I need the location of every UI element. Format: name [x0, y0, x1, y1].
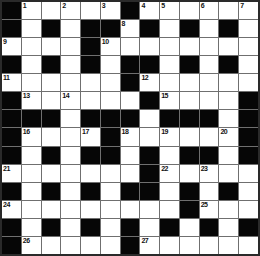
black-cell-r7c11	[200, 110, 219, 127]
black-cell-r9c5	[81, 147, 100, 164]
white-cell-r8c12[interactable]: 20	[219, 128, 238, 145]
white-cell-r3c3[interactable]	[42, 38, 61, 55]
white-cell-r10c11[interactable]: 23	[200, 165, 219, 182]
black-cell-r2c3	[42, 20, 61, 37]
white-cell-r1c3[interactable]	[42, 2, 61, 19]
white-cell-r3c13[interactable]	[239, 38, 258, 55]
black-cell-r3c5	[81, 38, 100, 55]
clue-number-9: 9	[3, 38, 6, 46]
white-cell-r8c8[interactable]	[140, 128, 159, 145]
white-cell-r3c12[interactable]	[219, 38, 238, 55]
white-cell-r14c5[interactable]	[81, 237, 100, 254]
white-cell-r9c12[interactable]	[219, 147, 238, 164]
white-cell-r10c4[interactable]	[61, 165, 80, 182]
white-cell-r5c12[interactable]	[219, 74, 238, 91]
white-cell-r5c6[interactable]	[101, 74, 120, 91]
black-cell-r6c1	[2, 92, 21, 109]
black-cell-r4c3	[42, 56, 61, 73]
black-cell-r13c5	[81, 219, 100, 236]
white-cell-r10c9[interactable]: 22	[160, 165, 179, 182]
clue-number-10: 10	[102, 38, 109, 46]
white-cell-r1c9[interactable]: 5	[160, 2, 179, 19]
white-cell-r6c6[interactable]	[101, 92, 120, 109]
white-cell-r4c13[interactable]	[239, 56, 258, 73]
white-cell-r12c4[interactable]	[61, 201, 80, 218]
white-cell-r12c11[interactable]: 25	[200, 201, 219, 218]
black-cell-r4c10	[180, 56, 199, 73]
white-cell-r14c11[interactable]	[200, 237, 219, 254]
white-cell-r11c6[interactable]	[101, 183, 120, 200]
white-cell-r2c11[interactable]	[200, 20, 219, 37]
black-cell-r12c10	[180, 201, 199, 218]
white-cell-r6c9[interactable]: 15	[160, 92, 179, 109]
white-cell-r4c9[interactable]	[160, 56, 179, 73]
white-cell-r6c3[interactable]	[42, 92, 61, 109]
black-cell-r13c13	[239, 219, 258, 236]
white-cell-r11c2[interactable]	[22, 183, 41, 200]
white-cell-r7c8[interactable]	[140, 110, 159, 127]
white-cell-r5c13[interactable]	[239, 74, 258, 91]
white-cell-r10c13[interactable]	[239, 165, 258, 182]
black-cell-r9c3	[42, 147, 61, 164]
white-cell-r6c11[interactable]	[200, 92, 219, 109]
white-cell-r5c1[interactable]: 11	[2, 74, 21, 91]
black-cell-r7c7	[121, 110, 140, 127]
black-cell-r11c3	[42, 183, 61, 200]
clue-number-12: 12	[141, 74, 148, 82]
black-cell-r4c1	[2, 56, 21, 73]
white-cell-r14c6[interactable]	[101, 237, 120, 254]
white-cell-r10c3[interactable]	[42, 165, 61, 182]
clue-number-2: 2	[62, 2, 65, 10]
black-cell-r11c12	[219, 183, 238, 200]
white-cell-r9c2[interactable]	[22, 147, 41, 164]
black-cell-r7c3	[42, 110, 61, 127]
white-cell-r9c9[interactable]	[160, 147, 179, 164]
white-cell-r3c1[interactable]: 9	[2, 38, 21, 55]
crossword-grid: 1234567891011121314151617181920212223242…	[0, 0, 260, 256]
clue-number-1: 1	[23, 2, 26, 10]
clue-number-11: 11	[3, 74, 9, 82]
white-cell-r4c4[interactable]	[61, 56, 80, 73]
white-cell-r2c2[interactable]	[22, 20, 41, 37]
clue-number-7: 7	[240, 2, 243, 10]
black-cell-r11c7	[121, 183, 140, 200]
black-cell-r9c11	[200, 147, 219, 164]
white-cell-r10c10[interactable]	[180, 165, 199, 182]
white-cell-r8c10[interactable]	[180, 128, 199, 145]
black-cell-r2c5	[81, 20, 100, 37]
white-cell-r8c3[interactable]	[42, 128, 61, 145]
white-cell-r12c7[interactable]	[121, 201, 140, 218]
white-cell-r12c9[interactable]	[160, 201, 179, 218]
black-cell-r4c12	[219, 56, 238, 73]
white-cell-r11c9[interactable]	[160, 183, 179, 200]
white-cell-r11c4[interactable]	[61, 183, 80, 200]
clue-number-14: 14	[62, 92, 69, 100]
white-cell-r10c7[interactable]	[121, 165, 140, 182]
black-cell-r7c13	[239, 110, 258, 127]
white-cell-r9c7[interactable]	[121, 147, 140, 164]
clue-number-22: 22	[161, 165, 168, 173]
black-cell-r11c8	[140, 183, 159, 200]
white-cell-r8c7[interactable]: 18	[121, 128, 140, 145]
black-cell-r9c13	[239, 147, 258, 164]
black-cell-r13c11	[200, 219, 219, 236]
black-cell-r8c1	[2, 128, 21, 145]
white-cell-r12c1[interactable]: 24	[2, 201, 21, 218]
clue-number-15: 15	[161, 92, 168, 100]
white-cell-r3c8[interactable]	[140, 38, 159, 55]
white-cell-r8c9[interactable]: 19	[160, 128, 179, 145]
black-cell-r7c10	[180, 110, 199, 127]
clue-number-25: 25	[201, 201, 208, 209]
white-cell-r3c4[interactable]	[61, 38, 80, 55]
white-cell-r8c4[interactable]	[61, 128, 80, 145]
white-cell-r11c13[interactable]	[239, 183, 258, 200]
black-cell-r11c5	[81, 183, 100, 200]
white-cell-r13c8[interactable]	[140, 219, 159, 236]
black-cell-r2c10	[180, 20, 199, 37]
white-cell-r5c8[interactable]: 12	[140, 74, 159, 91]
white-cell-r1c13[interactable]: 7	[239, 2, 258, 19]
clue-number-18: 18	[122, 128, 129, 136]
white-cell-r7c12[interactable]	[219, 110, 238, 127]
clue-number-5: 5	[161, 2, 164, 10]
clue-number-20: 20	[220, 128, 227, 136]
clue-number-24: 24	[3, 201, 10, 209]
white-cell-r8c5[interactable]: 17	[81, 128, 100, 145]
clue-number-6: 6	[201, 2, 204, 10]
white-cell-r14c4[interactable]	[61, 237, 80, 254]
white-cell-r10c1[interactable]: 21	[2, 165, 21, 182]
black-cell-r9c1	[2, 147, 21, 164]
clue-number-3: 3	[102, 2, 105, 10]
white-cell-r1c12[interactable]	[219, 2, 238, 19]
white-cell-r10c2[interactable]	[22, 165, 41, 182]
black-cell-r7c1	[2, 110, 21, 127]
black-cell-r2c1	[2, 20, 21, 37]
white-cell-r5c11[interactable]	[200, 74, 219, 91]
white-cell-r13c4[interactable]	[61, 219, 80, 236]
white-cell-r14c12[interactable]	[219, 237, 238, 254]
white-cell-r3c11[interactable]	[200, 38, 219, 55]
white-cell-r14c13[interactable]	[239, 237, 258, 254]
white-cell-r6c12[interactable]	[219, 92, 238, 109]
clue-number-23: 23	[201, 165, 208, 173]
white-cell-r5c2[interactable]	[22, 74, 41, 91]
black-cell-r7c2	[22, 110, 41, 127]
white-cell-r8c2[interactable]: 16	[22, 128, 41, 145]
white-cell-r13c10[interactable]	[180, 219, 199, 236]
white-cell-r14c8[interactable]: 27	[140, 237, 159, 254]
white-cell-r13c2[interactable]	[22, 219, 41, 236]
white-cell-r3c9[interactable]	[160, 38, 179, 55]
white-cell-r12c12[interactable]	[219, 201, 238, 218]
white-cell-r12c8[interactable]	[140, 201, 159, 218]
black-cell-r1c1	[2, 2, 21, 19]
black-cell-r14c1	[2, 237, 21, 254]
white-cell-r10c6[interactable]	[101, 165, 120, 182]
white-cell-r4c2[interactable]	[22, 56, 41, 73]
black-cell-r10c8	[140, 165, 159, 182]
white-cell-r3c2[interactable]	[22, 38, 41, 55]
white-cell-r12c2[interactable]	[22, 201, 41, 218]
white-cell-r2c9[interactable]	[160, 20, 179, 37]
black-cell-r11c1	[2, 183, 21, 200]
white-cell-r1c11[interactable]: 6	[200, 2, 219, 19]
white-cell-r1c6[interactable]: 3	[101, 2, 120, 19]
black-cell-r14c7	[121, 237, 140, 254]
clue-number-26: 26	[23, 237, 30, 245]
white-cell-r3c7[interactable]	[121, 38, 140, 55]
black-cell-r13c3	[42, 219, 61, 236]
white-cell-r4c6[interactable]	[101, 56, 120, 73]
clue-number-21: 21	[3, 165, 10, 173]
black-cell-r7c9	[160, 110, 179, 127]
black-cell-r2c8	[140, 20, 159, 37]
black-cell-r7c5	[81, 110, 100, 127]
white-cell-r5c5[interactable]	[81, 74, 100, 91]
clue-number-27: 27	[141, 237, 148, 245]
white-cell-r6c7[interactable]	[121, 92, 140, 109]
white-cell-r6c10[interactable]	[180, 92, 199, 109]
white-cell-r8c11[interactable]	[200, 128, 219, 145]
black-cell-r8c6	[101, 128, 120, 145]
black-cell-r5c7	[121, 74, 140, 91]
white-cell-r2c13[interactable]	[239, 20, 258, 37]
white-cell-r5c9[interactable]	[160, 74, 179, 91]
black-cell-r4c8	[140, 56, 159, 73]
black-cell-r11c10	[180, 183, 199, 200]
black-cell-r9c6	[101, 147, 120, 164]
white-cell-r4c11[interactable]	[200, 56, 219, 73]
white-cell-r5c10[interactable]	[180, 74, 199, 91]
clue-number-16: 16	[23, 128, 30, 136]
black-cell-r2c12	[219, 20, 238, 37]
white-cell-r3c6[interactable]: 10	[101, 38, 120, 55]
black-cell-r4c7	[121, 56, 140, 73]
clue-number-4: 4	[141, 2, 144, 10]
white-cell-r14c10[interactable]	[180, 237, 199, 254]
black-cell-r9c8	[140, 147, 159, 164]
clue-number-17: 17	[82, 128, 89, 136]
white-cell-r6c5[interactable]	[81, 92, 100, 109]
white-cell-r2c7[interactable]: 8	[121, 20, 140, 37]
white-cell-r14c2[interactable]: 26	[22, 237, 41, 254]
white-cell-r1c4[interactable]: 2	[61, 2, 80, 19]
white-cell-r6c2[interactable]: 13	[22, 92, 41, 109]
white-cell-r6c4[interactable]: 14	[61, 92, 80, 109]
white-cell-r12c13[interactable]	[239, 201, 258, 218]
white-cell-r7c4[interactable]	[61, 110, 80, 127]
black-cell-r13c7	[121, 219, 140, 236]
black-cell-r6c13	[239, 92, 258, 109]
black-cell-r13c9	[160, 219, 179, 236]
white-cell-r1c5[interactable]	[81, 2, 100, 19]
white-cell-r5c3[interactable]	[42, 74, 61, 91]
black-cell-r9c10	[180, 147, 199, 164]
white-cell-r14c3[interactable]	[42, 237, 61, 254]
white-cell-r14c9[interactable]	[160, 237, 179, 254]
black-cell-r8c13	[239, 128, 258, 145]
black-cell-r7c6	[101, 110, 120, 127]
white-cell-r12c3[interactable]	[42, 201, 61, 218]
white-cell-r11c11[interactable]	[200, 183, 219, 200]
black-cell-r13c1	[2, 219, 21, 236]
black-cell-r2c6	[101, 20, 120, 37]
white-cell-r13c6[interactable]	[101, 219, 120, 236]
white-cell-r1c8[interactable]: 4	[140, 2, 159, 19]
clue-number-8: 8	[122, 20, 125, 28]
white-cell-r2c4[interactable]	[61, 20, 80, 37]
white-cell-r9c4[interactable]	[61, 147, 80, 164]
white-cell-r10c12[interactable]	[219, 165, 238, 182]
white-cell-r13c12[interactable]	[219, 219, 238, 236]
clue-number-19: 19	[161, 128, 168, 136]
white-cell-r1c10[interactable]	[180, 2, 199, 19]
black-cell-r4c5	[81, 56, 100, 73]
white-cell-r12c5[interactable]	[81, 201, 100, 218]
black-cell-r6c8	[140, 92, 159, 109]
white-cell-r10c5[interactable]	[81, 165, 100, 182]
white-cell-r3c10[interactable]	[180, 38, 199, 55]
white-cell-r5c4[interactable]	[61, 74, 80, 91]
white-cell-r1c2[interactable]: 1	[22, 2, 41, 19]
white-cell-r12c6[interactable]	[101, 201, 120, 218]
clue-number-13: 13	[23, 92, 30, 100]
black-cell-r1c7	[121, 2, 140, 19]
